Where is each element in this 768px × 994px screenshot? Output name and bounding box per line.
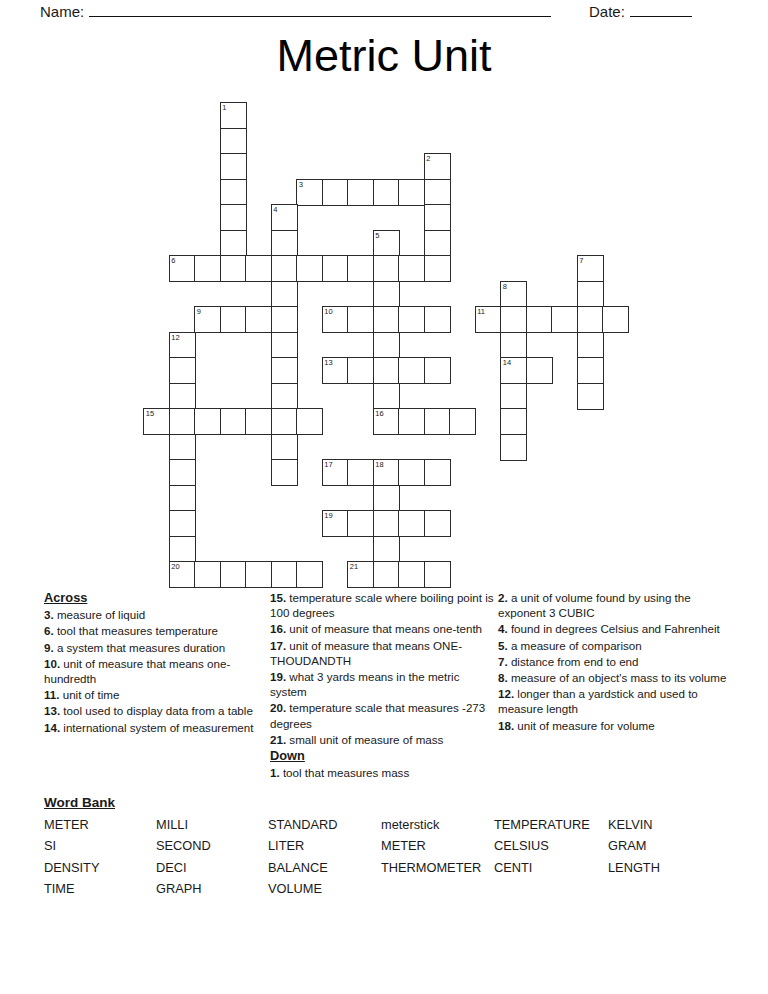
crossword-grid: 123456789101112131415161718192021 xyxy=(144,103,630,589)
grid-cell[interactable] xyxy=(169,536,196,563)
grid-cell[interactable] xyxy=(347,510,374,537)
word-bank-entry: METER xyxy=(44,817,156,838)
down-clues-list-1: 1. tool that measures mass xyxy=(270,765,494,780)
grid-cell[interactable] xyxy=(347,255,374,282)
grid-cell[interactable] xyxy=(500,434,527,461)
cell-number: 16 xyxy=(374,409,399,418)
grid-cell[interactable] xyxy=(398,255,425,282)
grid-cell[interactable] xyxy=(347,459,374,486)
grid-cell[interactable]: 1 xyxy=(220,102,247,129)
grid-cell[interactable] xyxy=(220,306,247,333)
cell-number: 4 xyxy=(272,205,297,214)
clues-column-3: 2. a unit of volume found by using the e… xyxy=(498,590,728,734)
grid-cell[interactable]: 14 xyxy=(500,357,527,384)
clue: 13. tool used to display data from a tab… xyxy=(44,703,270,718)
grid-cell[interactable] xyxy=(169,459,196,486)
clue: 3. measure of liquid xyxy=(44,607,270,622)
grid-cell[interactable] xyxy=(220,230,247,257)
across-clues-list-2: 15. temperature scale where boiling poin… xyxy=(270,590,494,747)
clue: 5. a measure of comparison xyxy=(498,638,728,653)
word-bank-empty-slot xyxy=(494,881,608,902)
across-heading: Across xyxy=(44,590,87,605)
cell-number: 17 xyxy=(323,460,348,469)
grid-cell[interactable] xyxy=(271,561,298,588)
date-field: Date: xyxy=(589,3,692,20)
word-bank-entry: MILLI xyxy=(156,817,268,838)
grid-cell[interactable] xyxy=(169,383,196,410)
grid-cell[interactable] xyxy=(526,306,553,333)
word-bank-heading: Word Bank xyxy=(44,795,115,810)
word-bank-entry: CENTI xyxy=(494,860,608,881)
across-clues-list-1: 3. measure of liquid6. tool that measure… xyxy=(44,607,270,735)
grid-cell[interactable] xyxy=(577,332,604,359)
clue: 2. a unit of volume found by using the e… xyxy=(498,590,728,620)
clue: 15. temperature scale where boiling poin… xyxy=(270,590,494,620)
word-bank-entry: SI xyxy=(44,838,156,859)
grid-cell[interactable] xyxy=(220,128,247,155)
grid-cell[interactable] xyxy=(271,255,298,282)
cell-number: 9 xyxy=(195,307,220,316)
name-field: Name: xyxy=(40,3,551,20)
worksheet-page: { "header": { "name_label": "Name:", "da… xyxy=(0,0,768,994)
grid-cell[interactable] xyxy=(424,204,451,231)
grid-cell[interactable]: 5 xyxy=(373,230,400,257)
clue: 18. unit of measure for volume xyxy=(498,718,728,733)
grid-cell[interactable] xyxy=(424,230,451,257)
grid-cell[interactable] xyxy=(398,561,425,588)
clue: 20. temperature scale that measures -273… xyxy=(270,700,494,730)
grid-cell[interactable] xyxy=(245,255,272,282)
grid-cell[interactable]: 16 xyxy=(373,408,400,435)
cell-number: 7 xyxy=(578,256,603,265)
down-clues-list-2: 2. a unit of volume found by using the e… xyxy=(498,590,728,733)
grid-cell[interactable] xyxy=(577,306,604,333)
grid-cell[interactable] xyxy=(245,561,272,588)
name-blank-line xyxy=(89,3,551,17)
clue: 7. distance from end to end xyxy=(498,654,728,669)
clue: 9. a system that measures duration xyxy=(44,640,270,655)
grid-cell[interactable] xyxy=(220,204,247,231)
word-bank-empty-slot xyxy=(608,881,720,902)
cell-number: 12 xyxy=(170,333,195,342)
down-heading: Down xyxy=(270,748,305,763)
grid-cell[interactable]: 12 xyxy=(169,332,196,359)
grid-cell[interactable] xyxy=(373,561,400,588)
grid-cell[interactable] xyxy=(347,179,374,206)
grid-cell[interactable] xyxy=(220,153,247,180)
grid-cell[interactable] xyxy=(373,383,400,410)
grid-cell[interactable] xyxy=(194,408,221,435)
word-bank-empty-slot xyxy=(381,881,494,902)
grid-cell[interactable] xyxy=(271,281,298,308)
grid-cell[interactable]: 9 xyxy=(194,306,221,333)
grid-cell[interactable] xyxy=(271,434,298,461)
grid-cell[interactable] xyxy=(424,459,451,486)
grid-cell[interactable]: 18 xyxy=(373,459,400,486)
grid-cell[interactable] xyxy=(398,179,425,206)
grid-cell[interactable] xyxy=(373,485,400,512)
word-bank-entry: TEMPERATURE xyxy=(494,817,608,838)
grid-cell[interactable] xyxy=(526,357,553,384)
grid-cell[interactable] xyxy=(322,255,349,282)
clue: 8. measure of an object's mass to its vo… xyxy=(498,670,728,685)
grid-cell[interactable] xyxy=(296,255,323,282)
grid-cell[interactable] xyxy=(271,306,298,333)
word-bank: METERMILLISTANDARDmeterstickTEMPERATUREK… xyxy=(44,817,720,902)
grid-cell[interactable] xyxy=(347,357,374,384)
word-bank-entry: GRAM xyxy=(608,838,720,859)
grid-cell[interactable]: 15 xyxy=(143,408,170,435)
grid-cell[interactable] xyxy=(169,434,196,461)
grid-cell[interactable]: 19 xyxy=(322,510,349,537)
clues-column-1: Across 3. measure of liquid6. tool that … xyxy=(44,590,270,736)
clue: 16. unit of measure that means one-tenth xyxy=(270,621,494,636)
clue: 1. tool that measures mass xyxy=(270,765,494,780)
grid-cell[interactable]: 13 xyxy=(322,357,349,384)
grid-cell[interactable] xyxy=(373,510,400,537)
grid-cell[interactable] xyxy=(220,179,247,206)
grid-cell[interactable] xyxy=(424,255,451,282)
cell-number: 10 xyxy=(323,307,348,316)
grid-cell[interactable] xyxy=(373,332,400,359)
clues-column-2: 15. temperature scale where boiling poin… xyxy=(270,590,494,781)
grid-cell[interactable] xyxy=(424,357,451,384)
word-bank-entry: CELSIUS xyxy=(494,838,608,859)
word-bank-entry: SECOND xyxy=(156,838,268,859)
word-bank-entry: THERMOMETER xyxy=(381,860,494,881)
clue: 19. what 3 yards means in the metric sys… xyxy=(270,669,494,699)
word-bank-entry: KELVIN xyxy=(608,817,720,838)
grid-cell[interactable] xyxy=(169,510,196,537)
word-bank-entry: STANDARD xyxy=(268,817,381,838)
word-bank-entry: LITER xyxy=(268,838,381,859)
grid-cell[interactable]: 17 xyxy=(322,459,349,486)
cell-number: 21 xyxy=(348,562,373,571)
grid-cell[interactable] xyxy=(398,459,425,486)
grid-cell[interactable]: 10 xyxy=(322,306,349,333)
grid-cell[interactable] xyxy=(245,408,272,435)
grid-cell[interactable] xyxy=(373,255,400,282)
cell-number: 20 xyxy=(170,562,195,571)
grid-cell[interactable]: 7 xyxy=(577,255,604,282)
word-bank-entry: DENSITY xyxy=(44,860,156,881)
word-bank-entry: meterstick xyxy=(381,817,494,838)
grid-cell[interactable]: 2 xyxy=(424,153,451,180)
grid-cell[interactable] xyxy=(271,332,298,359)
date-label: Date: xyxy=(589,3,625,20)
grid-cell[interactable] xyxy=(500,408,527,435)
word-bank-entry: GRAPH xyxy=(156,881,268,902)
grid-cell[interactable] xyxy=(398,408,425,435)
clue: 6. tool that measures temperature xyxy=(44,623,270,638)
grid-cell[interactable] xyxy=(296,408,323,435)
grid-cell[interactable] xyxy=(500,332,527,359)
grid-cell[interactable] xyxy=(424,179,451,206)
grid-cell[interactable] xyxy=(424,408,451,435)
clue: 12. longer than a yardstick and used to … xyxy=(498,686,728,716)
grid-cell[interactable] xyxy=(500,383,527,410)
grid-cell[interactable] xyxy=(271,459,298,486)
cell-number: 13 xyxy=(323,358,348,367)
grid-cell[interactable] xyxy=(169,357,196,384)
cell-number: 6 xyxy=(170,256,195,265)
word-bank-entry: VOLUME xyxy=(268,881,381,902)
page-title: Metric Unit xyxy=(0,30,768,82)
grid-cell[interactable] xyxy=(169,485,196,512)
grid-cell[interactable] xyxy=(577,357,604,384)
grid-cell[interactable]: 6 xyxy=(169,255,196,282)
grid-cell[interactable] xyxy=(373,357,400,384)
cell-number: 5 xyxy=(374,231,399,240)
grid-cell[interactable] xyxy=(271,408,298,435)
word-bank-entry: METER xyxy=(381,838,494,859)
grid-cell[interactable] xyxy=(271,230,298,257)
grid-cell[interactable] xyxy=(296,561,323,588)
grid-cell[interactable] xyxy=(220,408,247,435)
grid-cell[interactable] xyxy=(347,306,374,333)
cell-number: 3 xyxy=(297,180,322,189)
grid-cell[interactable] xyxy=(169,408,196,435)
grid-cell[interactable] xyxy=(220,561,247,588)
clue: 14. international system of measurement xyxy=(44,720,270,735)
date-blank-line xyxy=(630,3,692,17)
grid-cell[interactable]: 4 xyxy=(271,204,298,231)
grid-cell[interactable] xyxy=(398,306,425,333)
grid-cell[interactable] xyxy=(271,357,298,384)
grid-cell[interactable] xyxy=(577,383,604,410)
grid-cell[interactable]: 3 xyxy=(296,179,323,206)
grid-cell[interactable] xyxy=(194,255,221,282)
cell-number: 1 xyxy=(221,103,246,112)
clue: 10. unit of measure that means one-hundr… xyxy=(44,656,270,686)
cell-number: 15 xyxy=(144,409,169,418)
grid-cell[interactable]: 21 xyxy=(347,561,374,588)
clue: 17. unit of measure that means ONE-THOUD… xyxy=(270,638,494,668)
cell-number: 2 xyxy=(425,154,450,163)
grid-cell[interactable] xyxy=(424,306,451,333)
word-bank-entry: BALANCE xyxy=(268,860,381,881)
cell-number: 18 xyxy=(374,460,399,469)
grid-cell[interactable] xyxy=(194,561,221,588)
grid-cell[interactable] xyxy=(322,179,349,206)
grid-cell[interactable] xyxy=(245,306,272,333)
cell-number: 14 xyxy=(501,358,526,367)
grid-cell[interactable] xyxy=(551,306,578,333)
grid-cell[interactable] xyxy=(373,179,400,206)
cell-number: 8 xyxy=(501,282,526,291)
grid-cell[interactable] xyxy=(449,408,476,435)
grid-cell[interactable] xyxy=(424,561,451,588)
grid-cell[interactable] xyxy=(398,357,425,384)
clue: 11. unit of time xyxy=(44,687,270,702)
name-label: Name: xyxy=(40,3,84,20)
grid-cell[interactable] xyxy=(271,383,298,410)
grid-cell[interactable] xyxy=(220,255,247,282)
word-bank-entry: LENGTH xyxy=(608,860,720,881)
grid-cell[interactable] xyxy=(602,306,629,333)
word-bank-entry: DECI xyxy=(156,860,268,881)
clue: 4. found in degrees Celsius and Fahrenhe… xyxy=(498,621,728,636)
grid-cell[interactable]: 11 xyxy=(475,306,502,333)
grid-cell[interactable]: 8 xyxy=(500,281,527,308)
grid-cell[interactable] xyxy=(398,510,425,537)
grid-cell[interactable] xyxy=(424,510,451,537)
word-bank-entry: TIME xyxy=(44,881,156,902)
grid-cell[interactable] xyxy=(577,281,604,308)
cell-number: 19 xyxy=(323,511,348,520)
grid-cell[interactable]: 20 xyxy=(169,561,196,588)
grid-cell[interactable] xyxy=(373,306,400,333)
cell-number: 11 xyxy=(476,307,501,316)
clue: 21. small unit of measure of mass xyxy=(270,732,494,747)
grid-cell[interactable] xyxy=(500,306,527,333)
grid-cell[interactable] xyxy=(373,536,400,563)
grid-cell[interactable] xyxy=(373,281,400,308)
